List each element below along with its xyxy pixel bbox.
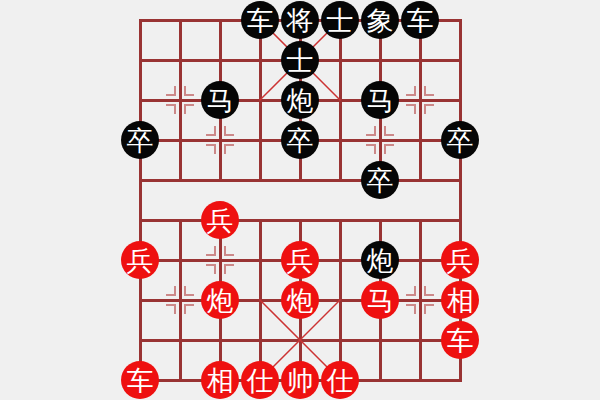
xiangqi-app: 车将士象车士马炮马卒卒卒卒兵兵兵炮兵炮炮马相车车相仕帅仕 [0,0,600,400]
piece-red-chariot[interactable]: 车 [441,321,479,359]
piece-black-advisor[interactable]: 士 [321,1,359,39]
piece-red-soldier[interactable]: 兵 [441,241,479,279]
piece-black-chariot[interactable]: 车 [401,1,439,39]
piece-red-elephant[interactable]: 相 [201,361,239,399]
board-surface[interactable]: 车将士象车士马炮马卒卒卒卒兵兵兵炮兵炮炮马相车车相仕帅仕 [0,0,600,400]
piece-red-soldier[interactable]: 兵 [201,201,239,239]
piece-black-general[interactable]: 将 [281,1,319,39]
piece-red-advisor[interactable]: 仕 [321,361,359,399]
piece-black-soldier[interactable]: 卒 [361,161,399,199]
piece-black-advisor[interactable]: 士 [281,41,319,79]
piece-black-soldier[interactable]: 卒 [121,121,159,159]
piece-black-chariot[interactable]: 车 [241,1,279,39]
piece-black-cannon[interactable]: 炮 [361,241,399,279]
piece-black-elephant[interactable]: 象 [361,1,399,39]
piece-red-cannon[interactable]: 炮 [201,281,239,319]
piece-red-soldier[interactable]: 兵 [121,241,159,279]
piece-black-horse[interactable]: 马 [201,81,239,119]
piece-red-cannon[interactable]: 炮 [281,281,319,319]
piece-black-horse[interactable]: 马 [361,81,399,119]
piece-red-chariot[interactable]: 车 [121,361,159,399]
piece-red-soldier[interactable]: 兵 [281,241,319,279]
piece-black-cannon[interactable]: 炮 [281,81,319,119]
piece-red-advisor[interactable]: 仕 [241,361,279,399]
piece-black-soldier[interactable]: 卒 [281,121,319,159]
piece-red-general[interactable]: 帅 [281,361,319,399]
piece-black-soldier[interactable]: 卒 [441,121,479,159]
piece-red-elephant[interactable]: 相 [441,281,479,319]
piece-red-horse[interactable]: 马 [361,281,399,319]
